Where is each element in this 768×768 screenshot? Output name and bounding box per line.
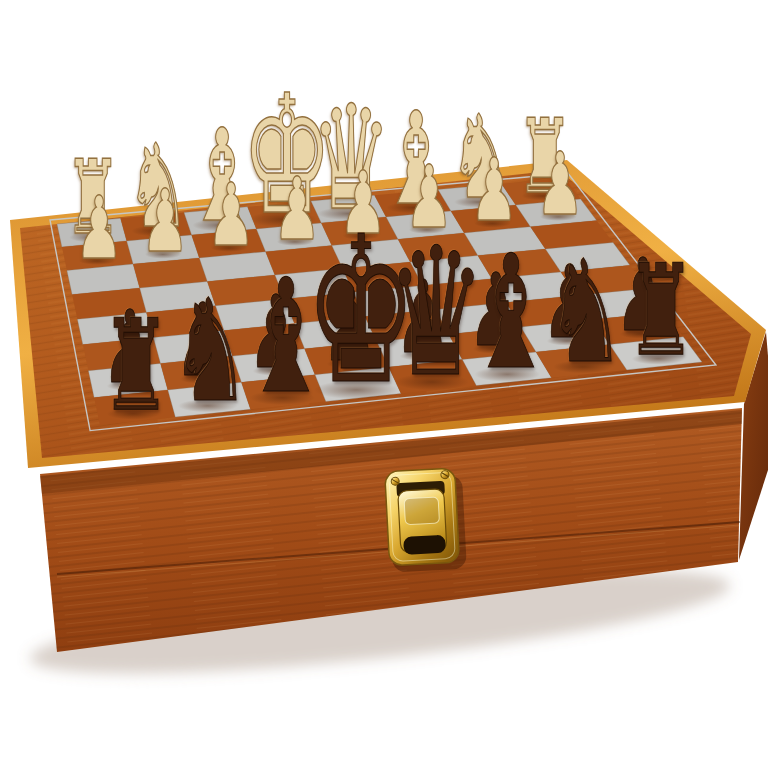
wooden-box [0,0,768,768]
clasp-under-shadow [403,535,446,555]
brass-clasp [385,468,467,573]
chess-box-product-photo: ♜♞♝♚♛♝♞♜♟♟♟♟♟♟♟♟♟♟♟♟♟♟♟♟♜♞♝♚♛♝♞♜ [0,0,768,768]
